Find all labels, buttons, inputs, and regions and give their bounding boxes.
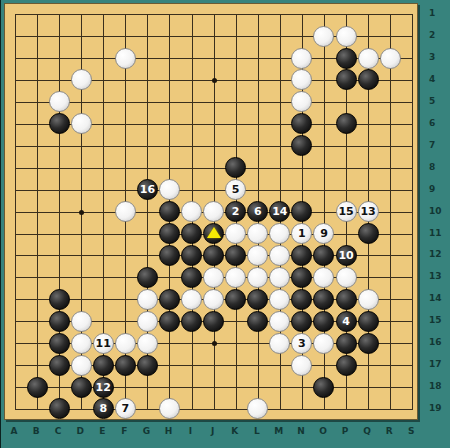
column-label-D: D (76, 426, 83, 436)
move-1-stone: 1 (291, 223, 312, 244)
star-point (79, 210, 84, 215)
row-label-5: 5 (429, 96, 435, 106)
column-label-B: B (33, 426, 40, 436)
white-stone-F10 (115, 201, 136, 222)
row-label-6: 6 (429, 118, 435, 128)
black-stone-H14 (159, 289, 180, 310)
white-stone-D6 (71, 113, 92, 134)
white-stone-L13 (247, 267, 268, 288)
black-stone-H11 (159, 223, 180, 244)
black-stone-P17 (336, 355, 357, 376)
white-stone-J10 (203, 201, 224, 222)
black-stone-Q11 (358, 223, 379, 244)
black-stone-F17 (115, 355, 136, 376)
black-stone-N12 (291, 245, 312, 266)
column-label-S: S (408, 426, 414, 436)
black-stone-C6 (49, 113, 70, 134)
white-stone-N5 (291, 91, 312, 112)
white-stone-G16 (137, 333, 158, 354)
star-point (212, 341, 217, 346)
move-16-stone: 16 (137, 179, 158, 200)
black-stone-N6 (291, 113, 312, 134)
row-label-14: 14 (429, 293, 442, 303)
row-label-11: 11 (429, 228, 442, 238)
black-stone-N13 (291, 267, 312, 288)
white-stone-O13 (313, 267, 334, 288)
black-stone-J15 (203, 311, 224, 332)
black-stone-O18 (313, 377, 334, 398)
row-label-13: 13 (429, 271, 442, 281)
black-stone-P14 (336, 289, 357, 310)
black-stone-N15 (291, 311, 312, 332)
white-stone-L11 (247, 223, 268, 244)
white-stone-O2 (313, 26, 334, 47)
white-stone-G14 (137, 289, 158, 310)
black-stone-C16 (49, 333, 70, 354)
row-label-12: 12 (429, 249, 442, 259)
move-2-stone: 2 (225, 201, 246, 222)
black-stone-C15 (49, 311, 70, 332)
move-13-stone: 13 (358, 201, 379, 222)
move-5-stone: 5 (225, 179, 246, 200)
row-label-1: 1 (429, 8, 435, 18)
black-stone-G13 (137, 267, 158, 288)
row-label-19: 19 (429, 403, 442, 413)
white-stone-D16 (71, 333, 92, 354)
black-stone-B18 (27, 377, 48, 398)
white-stone-K11 (225, 223, 246, 244)
column-label-C: C (55, 426, 62, 436)
black-stone-K14 (225, 289, 246, 310)
row-label-4: 4 (429, 74, 435, 84)
move-3-stone: 3 (291, 333, 312, 354)
row-label-3: 3 (429, 52, 435, 62)
white-stone-I14 (181, 289, 202, 310)
white-stone-H19 (159, 398, 180, 419)
column-label-Q: Q (363, 426, 371, 436)
column-label-I: I (189, 426, 192, 436)
white-stone-N4 (291, 69, 312, 90)
white-stone-R3 (380, 48, 401, 69)
white-stone-J13 (203, 267, 224, 288)
black-stone-P16 (336, 333, 357, 354)
column-label-E: E (99, 426, 105, 436)
grid-line-horizontal (15, 409, 413, 410)
black-stone-H10 (159, 201, 180, 222)
column-label-L: L (254, 426, 260, 436)
black-stone-I15 (181, 311, 202, 332)
row-label-17: 17 (429, 359, 442, 369)
row-label-18: 18 (429, 381, 442, 391)
move-12-stone: 12 (93, 377, 114, 398)
row-label-2: 2 (429, 30, 435, 40)
white-stone-M13 (269, 267, 290, 288)
move-11-stone: 11 (93, 333, 114, 354)
white-stone-G15 (137, 311, 158, 332)
white-stone-D15 (71, 311, 92, 332)
column-label-R: R (386, 426, 393, 436)
row-label-15: 15 (429, 315, 442, 325)
black-stone-E17 (93, 355, 114, 376)
black-stone-O15 (313, 311, 334, 332)
black-stone-I13 (181, 267, 202, 288)
column-label-M: M (274, 426, 283, 436)
black-stone-P3 (336, 48, 357, 69)
white-stone-N3 (291, 48, 312, 69)
white-stone-I10 (181, 201, 202, 222)
white-stone-C5 (49, 91, 70, 112)
triangle-marker (207, 227, 221, 238)
black-stone-Q16 (358, 333, 379, 354)
white-stone-M16 (269, 333, 290, 354)
white-stone-L12 (247, 245, 268, 266)
white-stone-P13 (336, 267, 357, 288)
move-9-stone: 9 (313, 223, 334, 244)
move-7-stone: 7 (115, 398, 136, 419)
grid-line-vertical (412, 14, 413, 410)
column-label-O: O (319, 426, 327, 436)
black-stone-J12 (203, 245, 224, 266)
column-label-H: H (165, 426, 173, 436)
go-diagram-stage: 16526141513191041131287 ABCDEFGHIJKLMNOP… (0, 0, 450, 448)
white-stone-N17 (291, 355, 312, 376)
move-10-stone: 10 (336, 245, 357, 266)
white-stone-M14 (269, 289, 290, 310)
black-stone-I12 (181, 245, 202, 266)
black-stone-H15 (159, 311, 180, 332)
black-stone-G17 (137, 355, 158, 376)
white-stone-P2 (336, 26, 357, 47)
white-stone-M12 (269, 245, 290, 266)
move-15-stone: 15 (336, 201, 357, 222)
white-stone-L19 (247, 398, 268, 419)
move-8-stone: 8 (93, 398, 114, 419)
white-stone-F3 (115, 48, 136, 69)
black-stone-K8 (225, 157, 246, 178)
row-label-7: 7 (429, 140, 435, 150)
black-stone-H12 (159, 245, 180, 266)
white-stone-H9 (159, 179, 180, 200)
black-stone-N7 (291, 135, 312, 156)
black-stone-Q4 (358, 69, 379, 90)
black-stone-I11 (181, 223, 202, 244)
black-stone-N10 (291, 201, 312, 222)
white-stone-J14 (203, 289, 224, 310)
white-stone-Q14 (358, 289, 379, 310)
white-stone-K13 (225, 267, 246, 288)
row-label-8: 8 (429, 162, 435, 172)
white-stone-D17 (71, 355, 92, 376)
white-stone-Q3 (358, 48, 379, 69)
move-4-stone: 4 (336, 311, 357, 332)
column-label-J: J (211, 426, 214, 436)
column-label-N: N (297, 426, 305, 436)
column-label-F: F (121, 426, 127, 436)
move-14-stone: 14 (269, 201, 290, 222)
white-stone-M15 (269, 311, 290, 332)
column-label-A: A (11, 426, 18, 436)
black-stone-C17 (49, 355, 70, 376)
black-stone-P6 (336, 113, 357, 134)
black-stone-N14 (291, 289, 312, 310)
black-stone-O12 (313, 245, 334, 266)
white-stone-M11 (269, 223, 290, 244)
white-stone-O16 (313, 333, 334, 354)
row-label-10: 10 (429, 206, 442, 216)
white-stone-F16 (115, 333, 136, 354)
black-stone-K12 (225, 245, 246, 266)
grid-line-vertical (390, 14, 391, 410)
column-label-K: K (231, 426, 238, 436)
row-label-9: 9 (429, 184, 435, 194)
row-label-16: 16 (429, 337, 442, 347)
column-label-G: G (143, 426, 150, 436)
black-stone-P4 (336, 69, 357, 90)
black-stone-Q15 (358, 311, 379, 332)
black-stone-L14 (247, 289, 268, 310)
black-stone-D18 (71, 377, 92, 398)
column-label-P: P (342, 426, 349, 436)
black-stone-L15 (247, 311, 268, 332)
move-6-stone: 6 (247, 201, 268, 222)
black-stone-O14 (313, 289, 334, 310)
white-stone-D4 (71, 69, 92, 90)
go-board[interactable]: 16526141513191041131287 (4, 3, 418, 420)
star-point (212, 78, 217, 83)
black-stone-C19 (49, 398, 70, 419)
black-stone-C14 (49, 289, 70, 310)
